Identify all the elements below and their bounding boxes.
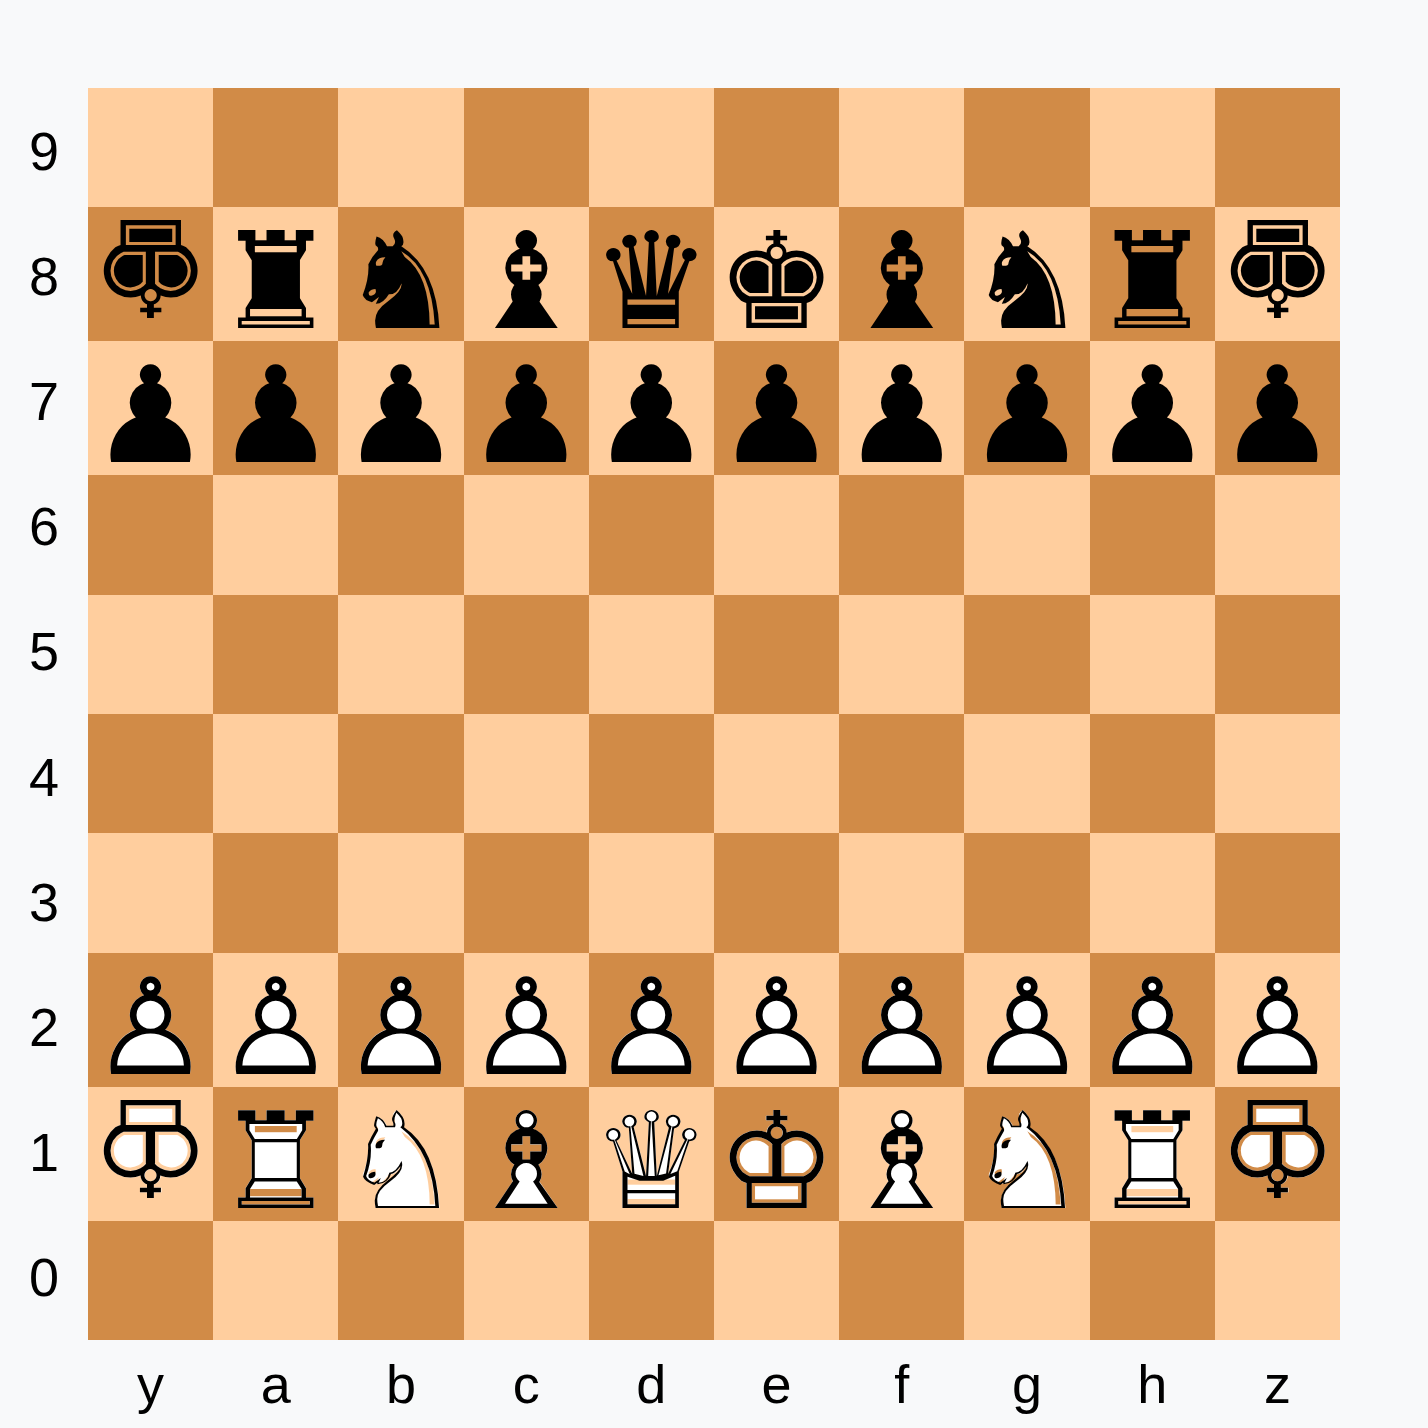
black-bishop[interactable]: ♝ [464, 207, 589, 341]
square-y1[interactable]: ♚♔ [88, 1087, 213, 1221]
piece-glyph: ♚ [1217, 199, 1337, 333]
white-rook[interactable]: ♜♖ [1090, 1087, 1215, 1221]
square-z1[interactable]: ♚♔ [1215, 1087, 1340, 1221]
black-pawn[interactable]: ♟ [839, 341, 964, 475]
square-g8[interactable]: ♞ [964, 207, 1089, 341]
square-z3[interactable] [1215, 833, 1340, 952]
square-b7[interactable]: ♟ [338, 341, 463, 475]
square-z2[interactable]: ♟♙ [1215, 953, 1340, 1087]
square-h3[interactable] [1090, 833, 1215, 952]
square-d3[interactable] [589, 833, 714, 952]
piece-outline-layer: ♙ [842, 961, 962, 1095]
rank-label-9: 9 [0, 88, 88, 213]
piece-outline-layer: ♙ [591, 961, 711, 1095]
square-a4[interactable] [213, 714, 338, 833]
square-d5[interactable] [589, 595, 714, 714]
black-knight[interactable]: ♞ [964, 207, 1089, 341]
square-e9[interactable] [714, 88, 839, 207]
square-h7[interactable]: ♟ [1090, 341, 1215, 475]
square-d4[interactable] [589, 714, 714, 833]
white-fairy-inverted-king[interactable]: ♚♔ [1215, 1087, 1340, 1221]
square-c2[interactable]: ♟♙ [464, 953, 589, 1087]
black-pawn[interactable]: ♟ [714, 341, 839, 475]
file-label-d: d [589, 1340, 714, 1428]
rank-label-6: 6 [0, 464, 88, 589]
square-e1[interactable]: ♚♔ [714, 1087, 839, 1221]
square-b4[interactable] [338, 714, 463, 833]
file-label-e: e [714, 1340, 839, 1428]
file-label-z: z [1215, 1340, 1340, 1428]
square-f8[interactable]: ♝ [839, 207, 964, 341]
square-z7[interactable]: ♟ [1215, 341, 1340, 475]
square-c1[interactable]: ♝♗ [464, 1087, 589, 1221]
square-e5[interactable] [714, 595, 839, 714]
piece-outline-layer: ♘ [967, 1095, 1087, 1229]
black-rook[interactable]: ♜ [1090, 207, 1215, 341]
black-king[interactable]: ♚ [714, 207, 839, 341]
square-b1[interactable]: ♞♘ [338, 1087, 463, 1221]
piece-glyph: ♟ [1217, 349, 1337, 483]
square-g1[interactable]: ♞♘ [964, 1087, 1089, 1221]
piece-glyph: ♟ [341, 349, 461, 483]
black-fairy-inverted-king[interactable]: ♚ [1215, 207, 1340, 341]
piece-outline-layer: ♙ [967, 961, 1087, 1095]
chessboard[interactable]: ♚♜♞♝♛♚♝♞♜♚♟♟♟♟♟♟♟♟♟♟♟♙♟♙♟♙♟♙♟♙♟♙♟♙♟♙♟♙♟♙… [88, 88, 1340, 1340]
piece-glyph: ♟ [1092, 349, 1212, 483]
piece-outline-layer: ♔ [717, 1095, 837, 1229]
white-king[interactable]: ♚♔ [714, 1087, 839, 1221]
square-f5[interactable] [839, 595, 964, 714]
piece-glyph: ♟ [842, 349, 962, 483]
square-e8[interactable]: ♚ [714, 207, 839, 341]
square-z0[interactable] [1215, 1221, 1340, 1340]
piece-glyph: ♝ [466, 215, 586, 349]
white-knight[interactable]: ♞♘ [964, 1087, 1089, 1221]
square-g9[interactable] [964, 88, 1089, 207]
black-knight[interactable]: ♞ [338, 207, 463, 341]
piece-outline-layer: ♔ [91, 1079, 211, 1213]
piece-glyph: ♟ [717, 349, 837, 483]
square-f1[interactable]: ♝♗ [839, 1087, 964, 1221]
black-pawn[interactable]: ♟ [1215, 341, 1340, 475]
square-y2[interactable]: ♟♙ [88, 953, 213, 1087]
square-a2[interactable]: ♟♙ [213, 953, 338, 1087]
square-c7[interactable]: ♟ [464, 341, 589, 475]
square-c8[interactable]: ♝ [464, 207, 589, 341]
square-y8[interactable]: ♚ [88, 207, 213, 341]
square-a5[interactable] [213, 595, 338, 714]
piece-outline-layer: ♗ [842, 1095, 962, 1229]
piece-glyph: ♜ [1092, 215, 1212, 349]
white-pawn[interactable]: ♟♙ [338, 953, 463, 1087]
piece-outline-layer: ♙ [341, 961, 461, 1095]
white-pawn[interactable]: ♟♙ [839, 953, 964, 1087]
black-pawn[interactable]: ♟ [338, 341, 463, 475]
file-label-y: y [88, 1340, 213, 1428]
square-a7[interactable]: ♟ [213, 341, 338, 475]
white-rook[interactable]: ♜♖ [213, 1087, 338, 1221]
black-pawn[interactable]: ♟ [589, 341, 714, 475]
square-c5[interactable] [464, 595, 589, 714]
square-h9[interactable] [1090, 88, 1215, 207]
square-f4[interactable] [839, 714, 964, 833]
piece-glyph: ♟ [967, 349, 1087, 483]
white-pawn[interactable]: ♟♙ [714, 953, 839, 1087]
square-z4[interactable] [1215, 714, 1340, 833]
piece-outline-layer: ♖ [1092, 1095, 1212, 1229]
square-z8[interactable]: ♚ [1215, 207, 1340, 341]
rank-label-7: 7 [0, 338, 88, 463]
white-knight[interactable]: ♞♘ [338, 1087, 463, 1221]
rank-label-8: 8 [0, 213, 88, 338]
rank-label-4: 4 [0, 714, 88, 839]
square-g2[interactable]: ♟♙ [964, 953, 1089, 1087]
square-y4[interactable] [88, 714, 213, 833]
square-e2[interactable]: ♟♙ [714, 953, 839, 1087]
white-bishop[interactable]: ♝♗ [464, 1087, 589, 1221]
square-y3[interactable] [88, 833, 213, 952]
piece-outline-layer: ♙ [1092, 961, 1212, 1095]
square-g4[interactable] [964, 714, 1089, 833]
piece-glyph: ♝ [842, 215, 962, 349]
white-pawn[interactable]: ♟♙ [589, 953, 714, 1087]
square-y5[interactable] [88, 595, 213, 714]
black-fairy-inverted-king[interactable]: ♚ [88, 207, 213, 341]
square-g5[interactable] [964, 595, 1089, 714]
square-h2[interactable]: ♟♙ [1090, 953, 1215, 1087]
piece-glyph: ♛ [591, 215, 711, 349]
piece-outline-layer: ♘ [341, 1095, 461, 1229]
black-bishop[interactable]: ♝ [839, 207, 964, 341]
file-label-b: b [338, 1340, 463, 1428]
black-pawn[interactable]: ♟ [1090, 341, 1215, 475]
square-c3[interactable] [464, 833, 589, 952]
rank-labels: 9876543210 [0, 88, 88, 1340]
file-label-a: a [213, 1340, 338, 1428]
square-d2[interactable]: ♟♙ [589, 953, 714, 1087]
white-bishop[interactable]: ♝♗ [839, 1087, 964, 1221]
piece-outline-layer: ♙ [466, 961, 586, 1095]
square-b9[interactable] [338, 88, 463, 207]
white-pawn[interactable]: ♟♙ [88, 953, 213, 1087]
square-y7[interactable]: ♟ [88, 341, 213, 475]
square-a1[interactable]: ♜♖ [213, 1087, 338, 1221]
rank-label-2: 2 [0, 964, 88, 1089]
piece-outline-layer: ♖ [216, 1095, 336, 1229]
square-d1[interactable]: ♛♕ [589, 1087, 714, 1221]
square-b3[interactable] [338, 833, 463, 952]
square-f7[interactable]: ♟ [839, 341, 964, 475]
black-pawn[interactable]: ♟ [964, 341, 1089, 475]
square-y0[interactable] [88, 1221, 213, 1340]
square-a9[interactable] [213, 88, 338, 207]
piece-outline-layer: ♙ [717, 961, 837, 1095]
piece-glyph: ♞ [341, 215, 461, 349]
square-h8[interactable]: ♜ [1090, 207, 1215, 341]
square-g7[interactable]: ♟ [964, 341, 1089, 475]
square-d8[interactable]: ♛ [589, 207, 714, 341]
square-f2[interactable]: ♟♙ [839, 953, 964, 1087]
square-f9[interactable] [839, 88, 964, 207]
piece-glyph: ♟ [591, 349, 711, 483]
white-pawn[interactable]: ♟♙ [1215, 953, 1340, 1087]
piece-glyph: ♜ [216, 215, 336, 349]
rank-label-5: 5 [0, 589, 88, 714]
board-diagram: 9876543210 ♚♜♞♝♛♚♝♞♜♚♟♟♟♟♟♟♟♟♟♟♟♙♟♙♟♙♟♙♟… [0, 0, 1428, 1428]
piece-glyph: ♟ [216, 349, 336, 483]
piece-glyph: ♟ [91, 349, 211, 483]
black-pawn[interactable]: ♟ [88, 341, 213, 475]
file-label-f: f [839, 1340, 964, 1428]
piece-outline-layer: ♔ [1217, 1079, 1337, 1213]
black-pawn[interactable]: ♟ [464, 341, 589, 475]
square-e4[interactable] [714, 714, 839, 833]
square-e7[interactable]: ♟ [714, 341, 839, 475]
square-g3[interactable] [964, 833, 1089, 952]
square-b8[interactable]: ♞ [338, 207, 463, 341]
rank-label-3: 3 [0, 839, 88, 964]
piece-glyph: ♚ [91, 199, 211, 333]
piece-outline-layer: ♕ [591, 1095, 711, 1229]
square-c4[interactable] [464, 714, 589, 833]
square-d7[interactable]: ♟ [589, 341, 714, 475]
square-e3[interactable] [714, 833, 839, 952]
file-label-g: g [964, 1340, 1089, 1428]
piece-outline-layer: ♗ [466, 1095, 586, 1229]
square-h5[interactable] [1090, 595, 1215, 714]
white-pawn[interactable]: ♟♙ [464, 953, 589, 1087]
white-pawn[interactable]: ♟♙ [964, 953, 1089, 1087]
piece-outline-layer: ♙ [216, 961, 336, 1095]
square-c9[interactable] [464, 88, 589, 207]
white-pawn[interactable]: ♟♙ [213, 953, 338, 1087]
file-labels: yabcdefghz [88, 1340, 1340, 1428]
square-h4[interactable] [1090, 714, 1215, 833]
white-queen[interactable]: ♛♕ [589, 1087, 714, 1221]
file-label-h: h [1090, 1340, 1215, 1428]
black-queen[interactable]: ♛ [589, 207, 714, 341]
square-a8[interactable]: ♜ [213, 207, 338, 341]
piece-glyph: ♞ [967, 215, 1087, 349]
square-b2[interactable]: ♟♙ [338, 953, 463, 1087]
white-pawn[interactable]: ♟♙ [1090, 953, 1215, 1087]
square-h1[interactable]: ♜♖ [1090, 1087, 1215, 1221]
file-label-c: c [464, 1340, 589, 1428]
square-z5[interactable] [1215, 595, 1340, 714]
piece-glyph: ♚ [717, 215, 837, 349]
black-rook[interactable]: ♜ [213, 207, 338, 341]
white-fairy-inverted-king[interactable]: ♚♔ [88, 1087, 213, 1221]
square-a3[interactable] [213, 833, 338, 952]
square-b5[interactable] [338, 595, 463, 714]
piece-glyph: ♟ [466, 349, 586, 483]
rank-label-0: 0 [0, 1215, 88, 1340]
rank-label-1: 1 [0, 1090, 88, 1215]
square-f3[interactable] [839, 833, 964, 952]
square-d9[interactable] [589, 88, 714, 207]
black-pawn[interactable]: ♟ [213, 341, 338, 475]
